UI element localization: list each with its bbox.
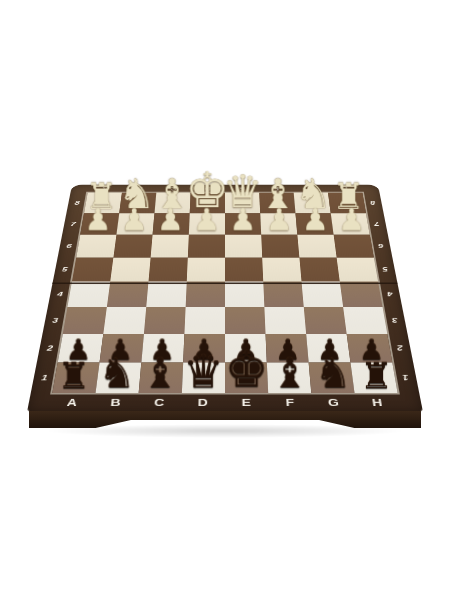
square-e7: ♟: [225, 213, 261, 235]
square-g7: ♟: [295, 213, 333, 235]
square-h7: ♟: [331, 213, 370, 235]
rank-label-right-2: 2: [387, 334, 413, 363]
rank-label-left-8: 8: [66, 193, 87, 213]
square-f4: [263, 281, 303, 306]
square-c2: ♟: [141, 334, 184, 363]
file-label-f: F: [268, 393, 313, 412]
square-c3: [144, 307, 186, 334]
square-c8: ♝: [155, 193, 191, 213]
square-f5: [262, 257, 301, 281]
square-a3: [63, 307, 107, 334]
file-label-a: A: [49, 393, 96, 412]
square-d7: ♟: [189, 213, 225, 235]
square-d8: ♚: [190, 193, 225, 213]
rank-label-right-8: 8: [362, 193, 383, 213]
piece-white-bishop: ♝: [260, 173, 297, 214]
file-label-c: C: [137, 393, 182, 412]
square-d1: ♛: [182, 363, 225, 393]
file-label-d: D: [181, 393, 225, 412]
file-label-top-g: G: [293, 185, 328, 193]
square-a7: ♟: [80, 213, 119, 235]
rank-label-left-6: 6: [58, 235, 81, 258]
piece-white-knight: ♞: [118, 173, 155, 214]
rank-label-right-4: 4: [378, 281, 402, 306]
square-d4: [186, 281, 225, 306]
file-label-top-h: H: [327, 185, 362, 193]
piece-dark-rook: ♜: [360, 358, 393, 394]
file-label-top-a: A: [88, 185, 123, 193]
file-label-top-e: E: [225, 185, 259, 193]
piece-dark-pawn: ♟: [359, 335, 385, 364]
piece-dark-pawn: ♟: [107, 335, 133, 364]
square-e1: ♚: [225, 363, 268, 393]
rank-label-right-7: 7: [366, 213, 388, 235]
board-shadow: [45, 424, 405, 438]
square-f7: ♟: [260, 213, 297, 235]
piece-dark-pawn: ♟: [149, 335, 175, 364]
square-c7: ♟: [153, 213, 190, 235]
square-c4: [146, 281, 186, 306]
piece-dark-pawn: ♟: [275, 335, 301, 364]
square-b7: ♟: [116, 213, 154, 235]
square-d5: [187, 257, 225, 281]
playing-area: ♜♞♝♚♛♝♞♜♟♟♟♟♟♟♟♟♟♟♟♟♟♟♟♟♜♞♝♛♚♝♞♜: [52, 193, 397, 393]
piece-dark-pawn: ♟: [233, 335, 259, 364]
square-g5: [299, 257, 339, 281]
square-d3: [184, 307, 225, 334]
file-label-g: G: [311, 393, 357, 412]
file-label-e: E: [225, 393, 269, 412]
file-label-top-c: C: [156, 185, 191, 193]
square-b8: ♞: [119, 193, 156, 213]
square-f1: ♝: [267, 363, 312, 393]
file-labels-bottom: ABCDEFGH: [49, 393, 401, 412]
piece-dark-knight: ♞: [315, 353, 352, 394]
rank-label-right-5: 5: [374, 257, 397, 281]
piece-dark-pawn: ♟: [191, 335, 217, 364]
file-labels-top: ABCDEFGH: [88, 185, 363, 193]
square-e3: [225, 307, 266, 334]
piece-white-rook: ♜: [332, 178, 364, 214]
square-d6: [188, 235, 225, 258]
square-c1: ♝: [139, 363, 184, 393]
square-h3: [343, 307, 387, 334]
square-e6: [225, 235, 262, 258]
square-a4: [68, 281, 111, 306]
board-frame: ♜♞♝♚♛♝♞♜♟♟♟♟♟♟♟♟♟♟♟♟♟♟♟♟♜♞♝♛♚♝♞♜ ABCDEFG…: [27, 185, 423, 412]
hinge-line: [52, 283, 397, 285]
piece-dark-queen: ♛: [183, 349, 224, 394]
square-e4: [225, 281, 264, 306]
square-a8: ♜: [84, 193, 122, 213]
square-b6: [113, 235, 152, 258]
piece-white-knight: ♞: [295, 173, 332, 214]
square-h8: ♜: [328, 193, 366, 213]
file-label-top-f: F: [259, 185, 294, 193]
square-g2: ♟: [306, 334, 350, 363]
square-g8: ♞: [294, 193, 331, 213]
square-g3: [304, 307, 347, 334]
rank-label-right-6: 6: [370, 235, 393, 258]
piece-dark-pawn: ♟: [66, 335, 92, 364]
square-b2: ♟: [100, 334, 144, 363]
file-label-top-b: B: [122, 185, 157, 193]
square-b5: [110, 257, 150, 281]
rank-label-left-7: 7: [62, 213, 84, 235]
square-a6: [76, 235, 116, 258]
file-label-h: H: [354, 393, 401, 412]
square-h4: [340, 281, 383, 306]
piece-dark-bishop: ♝: [271, 353, 308, 394]
piece-white-rook: ♜: [85, 178, 117, 214]
square-h2: ♟: [347, 334, 393, 363]
square-h1: ♜: [350, 363, 397, 393]
piece-dark-knight: ♞: [98, 353, 135, 394]
square-a5: [72, 257, 113, 281]
rank-label-right-1: 1: [392, 363, 419, 393]
square-f3: [264, 307, 306, 334]
square-h5: [337, 257, 378, 281]
square-e8: ♛: [225, 193, 260, 213]
piece-dark-pawn: ♟: [317, 335, 343, 364]
square-f8: ♝: [259, 193, 295, 213]
square-d2: ♟: [183, 334, 225, 363]
square-h6: [334, 235, 374, 258]
square-g4: [302, 281, 344, 306]
square-b4: [107, 281, 149, 306]
rank-label-right-3: 3: [382, 307, 407, 334]
square-b1: ♞: [96, 363, 142, 393]
piece-white-bishop: ♝: [154, 173, 191, 214]
square-b3: [103, 307, 146, 334]
square-e5: [225, 257, 263, 281]
product-photo: ♜♞♝♚♛♝♞♜♟♟♟♟♟♟♟♟♟♟♟♟♟♟♟♟♜♞♝♛♚♝♞♜ ABCDEFG…: [0, 0, 450, 600]
file-label-b: B: [93, 393, 139, 412]
piece-dark-rook: ♜: [57, 358, 90, 394]
file-label-top-d: D: [191, 185, 225, 193]
square-g1: ♞: [309, 363, 355, 393]
square-g6: [297, 235, 336, 258]
square-c6: [151, 235, 189, 258]
square-a2: ♟: [58, 334, 104, 363]
square-a1: ♜: [52, 363, 99, 393]
piece-dark-bishop: ♝: [142, 353, 179, 394]
square-c5: [148, 257, 187, 281]
square-f2: ♟: [266, 334, 309, 363]
chess-board-tilted: ♜♞♝♚♛♝♞♜♟♟♟♟♟♟♟♟♟♟♟♟♟♟♟♟♜♞♝♛♚♝♞♜ ABCDEFG…: [27, 185, 423, 412]
square-f6: [261, 235, 299, 258]
square-e2: ♟: [225, 334, 267, 363]
